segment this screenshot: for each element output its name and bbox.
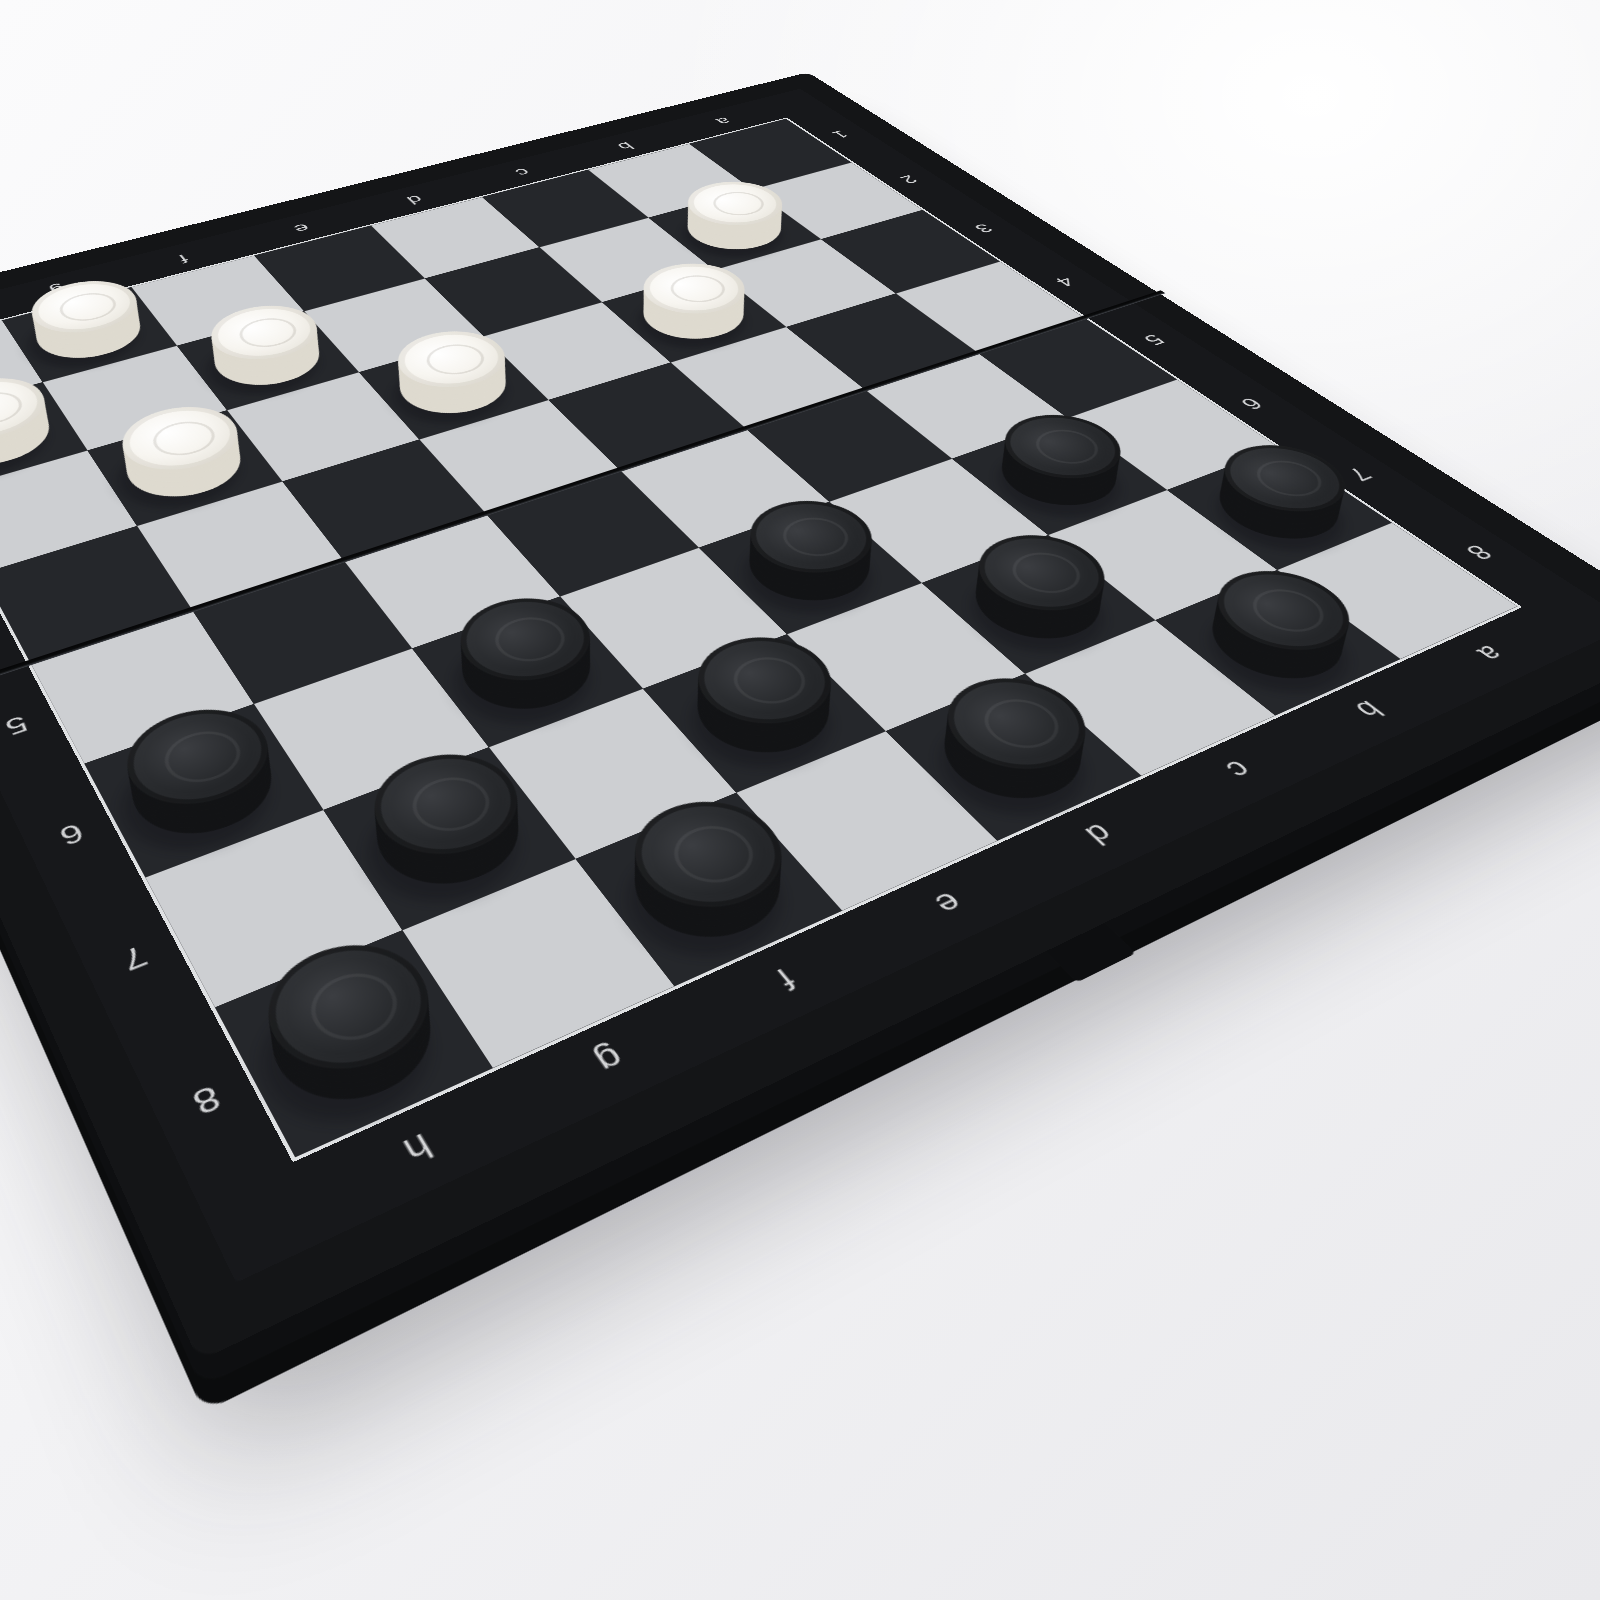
piece-ridge-ring xyxy=(155,723,251,792)
piece-ridge-ring xyxy=(417,339,493,380)
piece-ridge-ring xyxy=(0,387,29,431)
piece-ridge-ring xyxy=(1239,582,1338,639)
piece-ridge-ring xyxy=(298,962,410,1052)
piece-ridge-ring xyxy=(970,691,1073,757)
folding-board-case: hgfedcba hgfedcba 12345678 12345678 xyxy=(0,72,1600,1361)
piece-ridge-ring xyxy=(484,610,577,670)
piece-ridge-ring xyxy=(145,416,223,462)
perspective-scene: hgfedcba hgfedcba 12345678 12345678 xyxy=(0,0,1600,1600)
piece-ridge-ring xyxy=(661,271,735,307)
piece-ridge-ring xyxy=(771,511,861,563)
piece-ridge-ring xyxy=(1244,454,1334,502)
piece-ridge-ring xyxy=(721,649,819,712)
piece-ridge-ring xyxy=(660,816,768,893)
square-f4[interactable] xyxy=(283,440,487,561)
piece-ridge-ring xyxy=(1024,424,1111,470)
white-checker-g3[interactable] xyxy=(112,424,258,510)
piece-ridge-ring xyxy=(53,288,123,325)
product-photo-stage: hgfedcba hgfedcba 12345678 12345678 xyxy=(0,0,1600,1600)
piece-ridge-ring xyxy=(400,768,502,840)
piece-ridge-ring xyxy=(231,313,304,352)
piece-ridge-ring xyxy=(704,188,773,220)
playing-field xyxy=(0,119,1517,1157)
piece-ridge-ring xyxy=(999,546,1093,601)
